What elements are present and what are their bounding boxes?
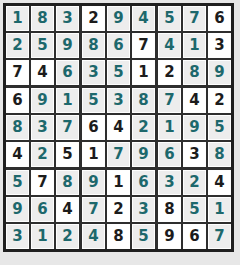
cell-r5c9[interactable]: 5 [208,115,231,142]
cell-r4c3[interactable]: 1 [56,88,82,115]
cell-r8c6[interactable]: 3 [132,197,158,224]
cell-r1c3[interactable]: 3 [56,6,82,33]
cell-r7c8[interactable]: 2 [183,170,208,197]
cell-r1c6[interactable]: 4 [132,6,158,33]
cell-r6c3[interactable]: 5 [56,142,82,170]
cell-r6c9[interactable]: 8 [208,142,231,170]
cell-r2c4[interactable]: 8 [82,33,107,60]
cell-r7c5[interactable]: 1 [107,170,132,197]
cell-r9c2[interactable]: 1 [31,224,56,249]
cell-r9c6[interactable]: 5 [132,224,158,249]
cell-r1c5[interactable]: 9 [107,6,132,33]
cell-r9c1[interactable]: 3 [6,224,31,249]
cell-r3c9[interactable]: 9 [208,60,231,88]
cell-r4c5[interactable]: 3 [107,88,132,115]
cell-r3c7[interactable]: 2 [158,60,183,88]
cell-r5c2[interactable]: 3 [31,115,56,142]
cell-r7c9[interactable]: 4 [208,170,231,197]
cell-r3c2[interactable]: 4 [31,60,56,88]
cell-r4c7[interactable]: 7 [158,88,183,115]
cell-r3c6[interactable]: 1 [132,60,158,88]
cell-r4c8[interactable]: 4 [183,88,208,115]
cell-r7c2[interactable]: 7 [31,170,56,197]
cell-r3c1[interactable]: 7 [6,60,31,88]
cell-r1c9[interactable]: 6 [208,6,231,33]
cell-r2c3[interactable]: 9 [56,33,82,60]
cell-r8c3[interactable]: 4 [56,197,82,224]
cell-r6c4[interactable]: 1 [82,142,107,170]
cell-r7c1[interactable]: 5 [6,170,31,197]
cell-r6c6[interactable]: 9 [132,142,158,170]
cell-r7c7[interactable]: 3 [158,170,183,197]
cell-r6c8[interactable]: 3 [183,142,208,170]
cell-r4c6[interactable]: 8 [132,88,158,115]
cell-r5c1[interactable]: 8 [6,115,31,142]
cell-r1c2[interactable]: 8 [31,6,56,33]
sudoku-board: 1832945762598674137463512896915387428376… [3,3,234,252]
cell-r2c7[interactable]: 4 [158,33,183,60]
cell-r9c5[interactable]: 8 [107,224,132,249]
cell-r3c4[interactable]: 3 [82,60,107,88]
cell-r8c7[interactable]: 8 [158,197,183,224]
cell-r2c6[interactable]: 7 [132,33,158,60]
cell-r9c4[interactable]: 4 [82,224,107,249]
cell-r8c9[interactable]: 1 [208,197,231,224]
cell-r9c3[interactable]: 2 [56,224,82,249]
cell-r1c4[interactable]: 2 [82,6,107,33]
cell-r3c3[interactable]: 6 [56,60,82,88]
cell-r5c4[interactable]: 6 [82,115,107,142]
cell-r6c1[interactable]: 4 [6,142,31,170]
cell-r2c1[interactable]: 2 [6,33,31,60]
cell-r1c7[interactable]: 5 [158,6,183,33]
cell-r5c6[interactable]: 2 [132,115,158,142]
cell-r5c5[interactable]: 4 [107,115,132,142]
cell-r4c2[interactable]: 9 [31,88,56,115]
cell-r9c8[interactable]: 6 [183,224,208,249]
cell-r6c2[interactable]: 2 [31,142,56,170]
cell-r6c5[interactable]: 7 [107,142,132,170]
cell-r7c4[interactable]: 9 [82,170,107,197]
cell-r2c2[interactable]: 5 [31,33,56,60]
cell-r5c7[interactable]: 1 [158,115,183,142]
cell-r1c1[interactable]: 1 [6,6,31,33]
cell-r5c3[interactable]: 7 [56,115,82,142]
cell-r8c1[interactable]: 9 [6,197,31,224]
cell-r4c1[interactable]: 6 [6,88,31,115]
cell-r8c4[interactable]: 7 [82,197,107,224]
cell-r2c9[interactable]: 3 [208,33,231,60]
cell-r8c8[interactable]: 5 [183,197,208,224]
cell-r1c8[interactable]: 7 [183,6,208,33]
cell-r9c9[interactable]: 7 [208,224,231,249]
cell-r8c2[interactable]: 6 [31,197,56,224]
cell-r7c6[interactable]: 6 [132,170,158,197]
cell-r8c5[interactable]: 2 [107,197,132,224]
cell-r2c5[interactable]: 6 [107,33,132,60]
cell-r9c7[interactable]: 9 [158,224,183,249]
cell-r4c9[interactable]: 2 [208,88,231,115]
cell-r3c5[interactable]: 5 [107,60,132,88]
cell-r2c8[interactable]: 1 [183,33,208,60]
cell-r3c8[interactable]: 8 [183,60,208,88]
cell-r7c3[interactable]: 8 [56,170,82,197]
cell-r5c8[interactable]: 9 [183,115,208,142]
cell-r4c4[interactable]: 5 [82,88,107,115]
cell-r6c7[interactable]: 6 [158,142,183,170]
